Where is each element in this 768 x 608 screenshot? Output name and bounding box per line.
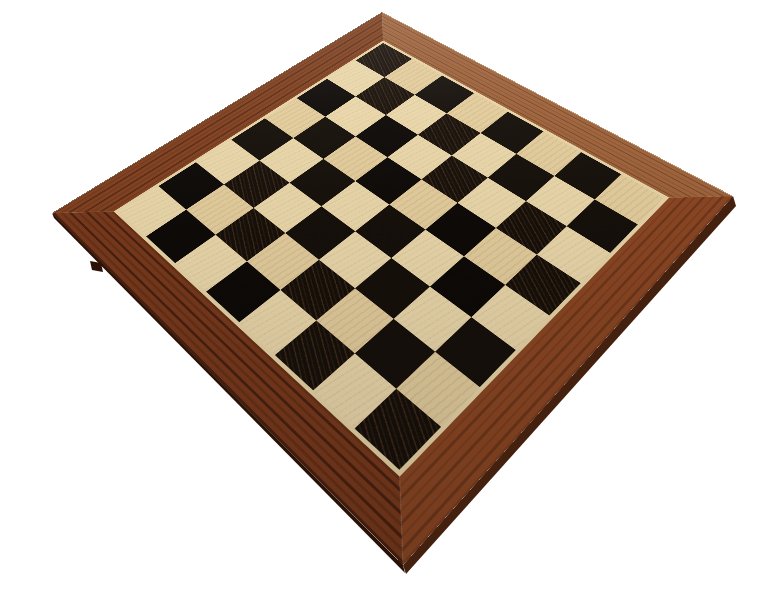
photo-stage xyxy=(0,0,768,608)
